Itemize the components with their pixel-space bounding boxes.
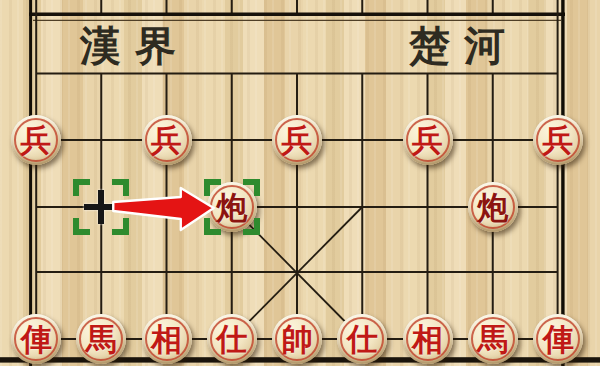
piece-glyph: 馬 [86, 324, 117, 355]
crosshair-cursor [84, 190, 118, 224]
piece-glyph: 兵 [543, 125, 574, 156]
piece-glyph: 仕 [216, 324, 247, 355]
piece-glyph: 帥 [282, 324, 313, 355]
piece-glyph: 相 [151, 324, 182, 355]
piece-red-soldier[interactable]: 兵 [533, 115, 583, 165]
piece-glyph: 相 [412, 324, 443, 355]
bracket-corner [204, 218, 221, 235]
piece-red-horse[interactable]: 馬 [468, 314, 518, 364]
piece-red-soldier[interactable]: 兵 [142, 115, 192, 165]
piece-glyph: 俥 [543, 324, 574, 355]
piece-red-elephant[interactable]: 相 [142, 314, 192, 364]
bracket-corner [204, 179, 221, 196]
piece-red-elephant[interactable]: 相 [403, 314, 453, 364]
piece-glyph: 兵 [412, 125, 443, 156]
target-selection-bracket [204, 179, 260, 235]
piece-red-horse[interactable]: 馬 [76, 314, 126, 364]
bracket-corner [243, 179, 260, 196]
river-label-right: 楚河 [384, 22, 544, 70]
piece-red-advisor[interactable]: 仕 [207, 314, 257, 364]
piece-red-soldier[interactable]: 兵 [403, 115, 453, 165]
piece-glyph: 兵 [151, 125, 182, 156]
piece-red-advisor[interactable]: 仕 [337, 314, 387, 364]
piece-glyph: 兵 [282, 125, 313, 156]
river-label-left: 漢界 [55, 22, 215, 70]
piece-red-soldier[interactable]: 兵 [272, 115, 322, 165]
piece-glyph: 兵 [21, 125, 52, 156]
xiangqi-board[interactable]: 漢界 楚河 兵兵兵兵兵炮炮俥馬相仕帥仕相馬俥 [0, 0, 600, 366]
piece-red-general[interactable]: 帥 [272, 314, 322, 364]
piece-glyph: 仕 [347, 324, 378, 355]
piece-glyph: 俥 [21, 324, 52, 355]
piece-glyph: 馬 [477, 324, 508, 355]
piece-red-soldier[interactable]: 兵 [11, 115, 61, 165]
piece-red-cannon[interactable]: 炮 [468, 182, 518, 232]
piece-glyph: 炮 [477, 192, 508, 223]
bracket-corner [243, 218, 260, 235]
piece-red-chariot[interactable]: 俥 [11, 314, 61, 364]
piece-red-chariot[interactable]: 俥 [533, 314, 583, 364]
